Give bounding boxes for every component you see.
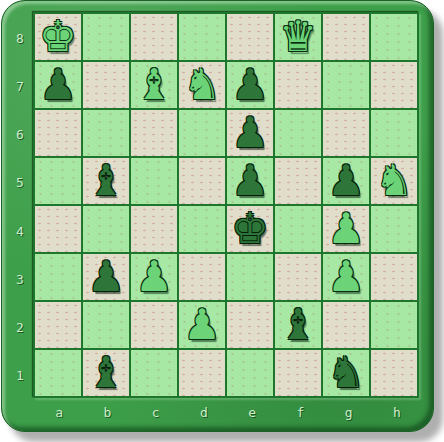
rank-label-6: 6 — [7, 111, 33, 159]
square-f8[interactable]: ♛ — [275, 14, 321, 60]
square-b1[interactable]: ♝ — [83, 350, 129, 396]
square-d8[interactable] — [179, 14, 225, 60]
square-c8[interactable] — [131, 14, 177, 60]
square-a4[interactable] — [35, 206, 81, 252]
square-g4[interactable]: ♟ — [323, 206, 369, 252]
square-e7[interactable]: ♟ — [227, 62, 273, 108]
square-h3[interactable] — [371, 254, 417, 300]
square-a3[interactable] — [35, 254, 81, 300]
piece-black-king[interactable]: ♚ — [227, 206, 273, 252]
square-a1[interactable] — [35, 350, 81, 396]
board-frame: 87654321 abcdefgh ♚♛♟♝♞♟♟♝♟♟♞♚♟♟♟♟♟♝♝♞ — [1, 0, 434, 432]
square-a5[interactable] — [35, 158, 81, 204]
piece-white-king[interactable]: ♚ — [35, 14, 81, 60]
square-g2[interactable] — [323, 302, 369, 348]
rank-label-8: 8 — [7, 14, 33, 62]
square-b6[interactable] — [83, 110, 129, 156]
square-b8[interactable] — [83, 14, 129, 60]
piece-black-bishop[interactable]: ♝ — [83, 158, 129, 204]
rank-labels: 87654321 — [7, 14, 33, 400]
square-d5[interactable] — [179, 158, 225, 204]
file-label-c: c — [132, 399, 180, 425]
square-h5[interactable]: ♞ — [371, 158, 417, 204]
file-label-a: a — [35, 399, 83, 425]
piece-black-knight[interactable]: ♞ — [323, 350, 369, 396]
square-e4[interactable]: ♚ — [227, 206, 273, 252]
square-g8[interactable] — [323, 14, 369, 60]
square-b5[interactable]: ♝ — [83, 158, 129, 204]
square-g6[interactable] — [323, 110, 369, 156]
chess-board: ♚♛♟♝♞♟♟♝♟♟♞♚♟♟♟♟♟♝♝♞ — [33, 12, 419, 398]
square-e1[interactable] — [227, 350, 273, 396]
piece-white-pawn[interactable]: ♟ — [179, 302, 225, 348]
square-a8[interactable]: ♚ — [35, 14, 81, 60]
file-label-g: g — [325, 399, 373, 425]
square-c4[interactable] — [131, 206, 177, 252]
piece-black-pawn[interactable]: ♟ — [35, 62, 81, 108]
square-g3[interactable]: ♟ — [323, 254, 369, 300]
rank-label-5: 5 — [7, 159, 33, 207]
square-b2[interactable] — [83, 302, 129, 348]
piece-white-pawn[interactable]: ♟ — [323, 206, 369, 252]
square-h7[interactable] — [371, 62, 417, 108]
square-d4[interactable] — [179, 206, 225, 252]
square-c3[interactable]: ♟ — [131, 254, 177, 300]
square-b7[interactable] — [83, 62, 129, 108]
file-label-d: d — [180, 399, 228, 425]
square-d1[interactable] — [179, 350, 225, 396]
square-a2[interactable] — [35, 302, 81, 348]
square-h2[interactable] — [371, 302, 417, 348]
file-label-h: h — [373, 399, 421, 425]
piece-black-pawn[interactable]: ♟ — [83, 254, 129, 300]
piece-black-pawn[interactable]: ♟ — [227, 158, 273, 204]
rank-label-7: 7 — [7, 62, 33, 110]
piece-white-pawn[interactable]: ♟ — [131, 254, 177, 300]
square-g5[interactable]: ♟ — [323, 158, 369, 204]
file-label-f: f — [276, 399, 324, 425]
square-c2[interactable] — [131, 302, 177, 348]
piece-black-pawn[interactable]: ♟ — [227, 62, 273, 108]
square-h6[interactable] — [371, 110, 417, 156]
piece-white-bishop[interactable]: ♝ — [131, 62, 177, 108]
square-g1[interactable]: ♞ — [323, 350, 369, 396]
chess-app-window: 87654321 abcdefgh ♚♛♟♝♞♟♟♝♟♟♞♚♟♟♟♟♟♝♝♞ — [0, 0, 444, 442]
square-c1[interactable] — [131, 350, 177, 396]
file-label-b: b — [83, 399, 131, 425]
square-f7[interactable] — [275, 62, 321, 108]
rank-label-4: 4 — [7, 207, 33, 255]
square-e8[interactable] — [227, 14, 273, 60]
square-d3[interactable] — [179, 254, 225, 300]
square-h1[interactable] — [371, 350, 417, 396]
square-g7[interactable] — [323, 62, 369, 108]
square-c6[interactable] — [131, 110, 177, 156]
piece-black-pawn[interactable]: ♟ — [323, 158, 369, 204]
square-e3[interactable] — [227, 254, 273, 300]
piece-white-queen[interactable]: ♛ — [275, 14, 321, 60]
square-c5[interactable] — [131, 158, 177, 204]
square-h8[interactable] — [371, 14, 417, 60]
square-c7[interactable]: ♝ — [131, 62, 177, 108]
piece-black-bishop[interactable]: ♝ — [83, 350, 129, 396]
square-d7[interactable]: ♞ — [179, 62, 225, 108]
square-e5[interactable]: ♟ — [227, 158, 273, 204]
piece-white-knight[interactable]: ♞ — [179, 62, 225, 108]
square-d2[interactable]: ♟ — [179, 302, 225, 348]
square-d6[interactable] — [179, 110, 225, 156]
square-f5[interactable] — [275, 158, 321, 204]
square-a7[interactable]: ♟ — [35, 62, 81, 108]
rank-label-2: 2 — [7, 304, 33, 352]
square-f4[interactable] — [275, 206, 321, 252]
rank-label-3: 3 — [7, 255, 33, 303]
rank-label-1: 1 — [7, 352, 33, 400]
piece-black-pawn[interactable]: ♟ — [227, 110, 273, 156]
piece-white-knight[interactable]: ♞ — [371, 158, 417, 204]
square-f1[interactable] — [275, 350, 321, 396]
file-labels: abcdefgh — [35, 399, 421, 425]
file-label-e: e — [228, 399, 276, 425]
square-f2[interactable]: ♝ — [275, 302, 321, 348]
piece-black-bishop[interactable]: ♝ — [275, 302, 321, 348]
square-f3[interactable] — [275, 254, 321, 300]
square-b4[interactable] — [83, 206, 129, 252]
piece-white-pawn[interactable]: ♟ — [323, 254, 369, 300]
square-f6[interactable] — [275, 110, 321, 156]
square-b3[interactable]: ♟ — [83, 254, 129, 300]
square-a6[interactable] — [35, 110, 81, 156]
square-e6[interactable]: ♟ — [227, 110, 273, 156]
square-e2[interactable] — [227, 302, 273, 348]
square-h4[interactable] — [371, 206, 417, 252]
